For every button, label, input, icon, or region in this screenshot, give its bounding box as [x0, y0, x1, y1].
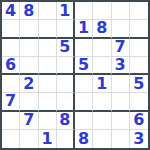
cell-r1c2[interactable]: 8 [20, 2, 38, 20]
cell-r1c1[interactable]: 4 [2, 2, 20, 20]
cell-r5c2[interactable]: 2 [20, 75, 38, 93]
cell-r6c5[interactable] [75, 93, 93, 111]
cell-r5c4[interactable] [57, 75, 75, 93]
cell-r1c5[interactable] [75, 2, 93, 20]
cell-r6c3[interactable] [39, 93, 57, 111]
cell-r7c4[interactable]: 8 [57, 112, 75, 130]
cell-r6c2[interactable] [20, 93, 38, 111]
cell-r3c4[interactable]: 5 [57, 39, 75, 57]
cell-r5c1[interactable] [2, 75, 20, 93]
cell-r4c5[interactable]: 5 [75, 57, 93, 75]
cell-r5c5[interactable] [75, 75, 93, 93]
cell-r3c5[interactable] [75, 39, 93, 57]
cell-r2c4[interactable] [57, 20, 75, 38]
cell-r3c6[interactable] [93, 39, 111, 57]
cell-r2c5[interactable]: 1 [75, 20, 93, 38]
cell-r6c8[interactable] [130, 93, 148, 111]
cell-r8c8[interactable]: 3 [130, 130, 148, 148]
cell-r4c4[interactable] [57, 57, 75, 75]
cell-r3c3[interactable] [39, 39, 57, 57]
cell-r2c3[interactable] [39, 20, 57, 38]
cell-r6c1[interactable]: 7 [2, 93, 20, 111]
cell-r4c2[interactable] [20, 57, 38, 75]
cell-r8c3[interactable]: 1 [39, 130, 57, 148]
cell-r2c8[interactable] [130, 20, 148, 38]
cell-r7c6[interactable] [93, 112, 111, 130]
cell-r7c1[interactable] [2, 112, 20, 130]
sudoku-board: 48118576532157786183 [0, 0, 150, 150]
cell-r2c6[interactable]: 8 [93, 20, 111, 38]
cell-r3c8[interactable] [130, 39, 148, 57]
cell-r1c6[interactable] [93, 2, 111, 20]
cell-r3c1[interactable] [2, 39, 20, 57]
cell-r7c7[interactable] [112, 112, 130, 130]
cell-r8c2[interactable] [20, 130, 38, 148]
cell-r5c7[interactable] [112, 75, 130, 93]
cell-r8c5[interactable]: 8 [75, 130, 93, 148]
cell-r7c8[interactable]: 6 [130, 112, 148, 130]
cell-r7c3[interactable] [39, 112, 57, 130]
cell-r4c6[interactable] [93, 57, 111, 75]
cell-r7c2[interactable]: 7 [20, 112, 38, 130]
cell-r8c1[interactable] [2, 130, 20, 148]
cell-r3c2[interactable] [20, 39, 38, 57]
cell-r5c8[interactable]: 5 [130, 75, 148, 93]
cell-r7c5[interactable] [75, 112, 93, 130]
cell-r8c4[interactable] [57, 130, 75, 148]
cell-r1c3[interactable] [39, 2, 57, 20]
cell-r2c1[interactable] [2, 20, 20, 38]
cell-r8c6[interactable] [93, 130, 111, 148]
cell-r4c7[interactable]: 3 [112, 57, 130, 75]
cell-r5c3[interactable] [39, 75, 57, 93]
cell-r6c7[interactable] [112, 93, 130, 111]
cell-r1c7[interactable] [112, 2, 130, 20]
cell-r5c6[interactable]: 1 [93, 75, 111, 93]
cell-r6c6[interactable] [93, 93, 111, 111]
cell-r3c7[interactable]: 7 [112, 39, 130, 57]
cell-r4c3[interactable] [39, 57, 57, 75]
cell-r1c8[interactable] [130, 2, 148, 20]
cell-r2c2[interactable] [20, 20, 38, 38]
cell-r6c4[interactable] [57, 93, 75, 111]
cell-r4c8[interactable] [130, 57, 148, 75]
cell-r8c7[interactable] [112, 130, 130, 148]
cell-r2c7[interactable] [112, 20, 130, 38]
cell-r4c1[interactable]: 6 [2, 57, 20, 75]
cell-r1c4[interactable]: 1 [57, 2, 75, 20]
